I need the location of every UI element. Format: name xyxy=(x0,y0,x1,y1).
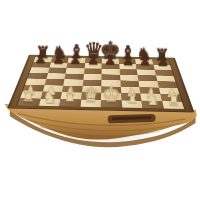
piece-black-pawn[interactable]: ♟ xyxy=(35,52,48,66)
piece-white-knight[interactable]: ♞ xyxy=(146,91,160,107)
square-g5[interactable] xyxy=(138,75,157,81)
square-h5[interactable] xyxy=(156,75,176,81)
piece-black-pawn[interactable]: ♟ xyxy=(87,53,100,67)
piece-black-pawn[interactable]: ♟ xyxy=(139,55,152,69)
piece-white-knight[interactable]: ♞ xyxy=(42,89,56,105)
piece-white-rook[interactable]: ♜ xyxy=(22,89,36,104)
square-h1[interactable]: ♜ xyxy=(162,101,185,109)
scene: ♜♞♝♛♚♝♞♜♟♟♟♟♟♟♟♟♟♟♟♟♟♟♟♟♜♞♝♛♚♝♞♜ xyxy=(0,0,200,200)
piece-white-king[interactable]: ♚ xyxy=(102,84,121,105)
piece-white-rook[interactable]: ♜ xyxy=(167,92,181,107)
square-c1[interactable]: ♝ xyxy=(59,99,81,107)
chess-board: ♜♞♝♛♚♝♞♜♟♟♟♟♟♟♟♟♟♟♟♟♟♟♟♟♜♞♝♛♚♝♞♜ xyxy=(17,57,184,109)
piece-white-queen[interactable]: ♛ xyxy=(82,86,100,106)
square-g1[interactable]: ♞ xyxy=(141,101,163,109)
square-b1[interactable]: ♞ xyxy=(38,98,60,106)
piece-black-pawn[interactable]: ♟ xyxy=(122,54,135,68)
square-f1[interactable]: ♝ xyxy=(121,100,142,108)
product-photo: ♜♞♝♛♚♝♞♜♟♟♟♟♟♟♟♟♟♟♟♟♟♟♟♟♜♞♝♛♚♝♞♜ xyxy=(0,0,200,200)
square-e1[interactable]: ♚ xyxy=(101,100,122,108)
piece-white-bishop[interactable]: ♝ xyxy=(124,89,140,107)
board-frame: ♜♞♝♛♚♝♞♜♟♟♟♟♟♟♟♟♟♟♟♟♟♟♟♟♜♞♝♛♚♝♞♜ xyxy=(7,55,194,113)
piece-black-pawn[interactable]: ♟ xyxy=(156,55,169,69)
square-d1[interactable]: ♛ xyxy=(80,99,101,107)
piece-black-pawn[interactable]: ♟ xyxy=(69,53,82,67)
board-perspective: ♜♞♝♛♚♝♞♜♟♟♟♟♟♟♟♟♟♟♟♟♟♟♟♟♜♞♝♛♚♝♞♜ xyxy=(18,0,185,164)
piece-black-pawn[interactable]: ♟ xyxy=(104,54,117,68)
piece-black-pawn[interactable]: ♟ xyxy=(52,53,65,67)
square-a1[interactable]: ♜ xyxy=(17,98,40,106)
piece-white-bishop[interactable]: ♝ xyxy=(62,87,78,105)
